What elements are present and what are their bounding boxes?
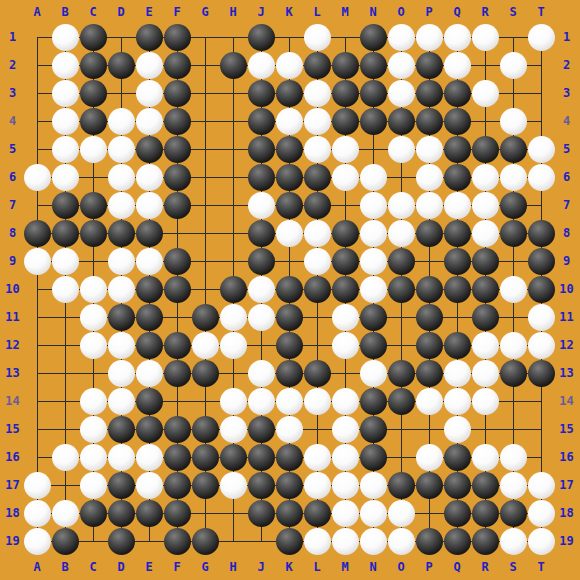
intersection-q9[interactable] xyxy=(443,247,471,275)
intersection-j10[interactable] xyxy=(247,275,275,303)
intersection-q12[interactable] xyxy=(443,331,471,359)
intersection-q13[interactable] xyxy=(443,359,471,387)
intersection-b13[interactable] xyxy=(51,359,79,387)
intersection-c5[interactable] xyxy=(79,135,107,163)
intersection-s3[interactable] xyxy=(499,79,527,107)
intersection-b3[interactable] xyxy=(51,79,79,107)
intersection-l6[interactable] xyxy=(303,163,331,191)
intersection-t7[interactable] xyxy=(527,191,555,219)
intersection-q19[interactable] xyxy=(443,527,471,555)
intersection-e15[interactable] xyxy=(135,415,163,443)
intersection-h11[interactable] xyxy=(219,303,247,331)
intersection-b19[interactable] xyxy=(51,527,79,555)
intersection-n17[interactable] xyxy=(359,471,387,499)
intersection-f18[interactable] xyxy=(163,499,191,527)
intersection-h15[interactable] xyxy=(219,415,247,443)
intersection-b17[interactable] xyxy=(51,471,79,499)
intersection-q5[interactable] xyxy=(443,135,471,163)
intersection-o17[interactable] xyxy=(387,471,415,499)
intersection-r18[interactable] xyxy=(471,499,499,527)
intersection-a17[interactable] xyxy=(23,471,51,499)
intersection-r9[interactable] xyxy=(471,247,499,275)
intersection-l7[interactable] xyxy=(303,191,331,219)
intersection-d3[interactable] xyxy=(107,79,135,107)
intersection-f19[interactable] xyxy=(163,527,191,555)
intersection-a14[interactable] xyxy=(23,387,51,415)
intersection-k13[interactable] xyxy=(275,359,303,387)
intersection-o19[interactable] xyxy=(387,527,415,555)
intersection-b18[interactable] xyxy=(51,499,79,527)
intersection-m16[interactable] xyxy=(331,443,359,471)
intersection-g14[interactable] xyxy=(191,387,219,415)
intersection-m3[interactable] xyxy=(331,79,359,107)
intersection-e18[interactable] xyxy=(135,499,163,527)
intersection-k1[interactable] xyxy=(275,23,303,51)
intersection-r3[interactable] xyxy=(471,79,499,107)
intersection-p10[interactable] xyxy=(415,275,443,303)
intersection-q18[interactable] xyxy=(443,499,471,527)
intersection-b4[interactable] xyxy=(51,107,79,135)
intersection-q7[interactable] xyxy=(443,191,471,219)
intersection-b12[interactable] xyxy=(51,331,79,359)
intersection-d18[interactable] xyxy=(107,499,135,527)
intersection-g3[interactable] xyxy=(191,79,219,107)
intersection-s9[interactable] xyxy=(499,247,527,275)
intersection-q3[interactable] xyxy=(443,79,471,107)
intersection-j15[interactable] xyxy=(247,415,275,443)
intersection-g17[interactable] xyxy=(191,471,219,499)
intersection-n19[interactable] xyxy=(359,527,387,555)
intersection-k5[interactable] xyxy=(275,135,303,163)
intersection-n4[interactable] xyxy=(359,107,387,135)
intersection-e4[interactable] xyxy=(135,107,163,135)
intersection-m4[interactable] xyxy=(331,107,359,135)
intersection-r11[interactable] xyxy=(471,303,499,331)
intersection-a2[interactable] xyxy=(23,51,51,79)
intersection-o12[interactable] xyxy=(387,331,415,359)
intersection-g12[interactable] xyxy=(191,331,219,359)
intersection-l17[interactable] xyxy=(303,471,331,499)
intersection-s5[interactable] xyxy=(499,135,527,163)
intersection-r12[interactable] xyxy=(471,331,499,359)
intersection-b15[interactable] xyxy=(51,415,79,443)
intersection-j12[interactable] xyxy=(247,331,275,359)
intersection-l2[interactable] xyxy=(303,51,331,79)
intersection-j7[interactable] xyxy=(247,191,275,219)
intersection-r2[interactable] xyxy=(471,51,499,79)
intersection-q8[interactable] xyxy=(443,219,471,247)
intersection-t16[interactable] xyxy=(527,443,555,471)
intersection-m10[interactable] xyxy=(331,275,359,303)
intersection-d10[interactable] xyxy=(107,275,135,303)
intersection-p19[interactable] xyxy=(415,527,443,555)
intersection-c16[interactable] xyxy=(79,443,107,471)
intersection-d16[interactable] xyxy=(107,443,135,471)
intersection-n15[interactable] xyxy=(359,415,387,443)
intersection-o14[interactable] xyxy=(387,387,415,415)
intersection-t11[interactable] xyxy=(527,303,555,331)
intersection-m1[interactable] xyxy=(331,23,359,51)
intersection-a13[interactable] xyxy=(23,359,51,387)
intersection-t17[interactable] xyxy=(527,471,555,499)
intersection-n2[interactable] xyxy=(359,51,387,79)
intersection-p17[interactable] xyxy=(415,471,443,499)
intersection-r4[interactable] xyxy=(471,107,499,135)
intersection-d9[interactable] xyxy=(107,247,135,275)
intersection-b11[interactable] xyxy=(51,303,79,331)
intersection-m9[interactable] xyxy=(331,247,359,275)
intersection-g2[interactable] xyxy=(191,51,219,79)
intersection-g10[interactable] xyxy=(191,275,219,303)
intersection-c13[interactable] xyxy=(79,359,107,387)
intersection-e11[interactable] xyxy=(135,303,163,331)
intersection-a3[interactable] xyxy=(23,79,51,107)
intersection-l1[interactable] xyxy=(303,23,331,51)
intersection-g11[interactable] xyxy=(191,303,219,331)
intersection-a5[interactable] xyxy=(23,135,51,163)
intersection-d6[interactable] xyxy=(107,163,135,191)
intersection-h3[interactable] xyxy=(219,79,247,107)
intersection-n6[interactable] xyxy=(359,163,387,191)
intersection-p14[interactable] xyxy=(415,387,443,415)
intersection-j4[interactable] xyxy=(247,107,275,135)
intersection-p13[interactable] xyxy=(415,359,443,387)
intersection-c3[interactable] xyxy=(79,79,107,107)
intersection-s14[interactable] xyxy=(499,387,527,415)
intersection-j17[interactable] xyxy=(247,471,275,499)
intersection-l5[interactable] xyxy=(303,135,331,163)
intersection-a11[interactable] xyxy=(23,303,51,331)
intersection-l16[interactable] xyxy=(303,443,331,471)
intersection-l14[interactable] xyxy=(303,387,331,415)
intersection-r8[interactable] xyxy=(471,219,499,247)
intersection-l3[interactable] xyxy=(303,79,331,107)
intersection-g15[interactable] xyxy=(191,415,219,443)
intersection-b10[interactable] xyxy=(51,275,79,303)
intersection-e2[interactable] xyxy=(135,51,163,79)
intersection-o3[interactable] xyxy=(387,79,415,107)
intersection-s17[interactable] xyxy=(499,471,527,499)
intersection-m11[interactable] xyxy=(331,303,359,331)
intersection-j18[interactable] xyxy=(247,499,275,527)
intersection-o13[interactable] xyxy=(387,359,415,387)
intersection-g19[interactable] xyxy=(191,527,219,555)
intersection-m7[interactable] xyxy=(331,191,359,219)
intersection-o6[interactable] xyxy=(387,163,415,191)
intersection-o7[interactable] xyxy=(387,191,415,219)
intersection-c17[interactable] xyxy=(79,471,107,499)
intersection-j16[interactable] xyxy=(247,443,275,471)
intersection-t5[interactable] xyxy=(527,135,555,163)
intersection-m18[interactable] xyxy=(331,499,359,527)
intersection-k15[interactable] xyxy=(275,415,303,443)
intersection-q10[interactable] xyxy=(443,275,471,303)
intersection-a19[interactable] xyxy=(23,527,51,555)
intersection-e9[interactable] xyxy=(135,247,163,275)
intersection-n16[interactable] xyxy=(359,443,387,471)
intersection-e12[interactable] xyxy=(135,331,163,359)
intersection-f17[interactable] xyxy=(163,471,191,499)
intersection-l19[interactable] xyxy=(303,527,331,555)
intersection-n14[interactable] xyxy=(359,387,387,415)
intersection-g8[interactable] xyxy=(191,219,219,247)
intersection-t10[interactable] xyxy=(527,275,555,303)
intersection-c18[interactable] xyxy=(79,499,107,527)
intersection-f9[interactable] xyxy=(163,247,191,275)
intersection-m6[interactable] xyxy=(331,163,359,191)
intersection-d17[interactable] xyxy=(107,471,135,499)
intersection-n3[interactable] xyxy=(359,79,387,107)
intersection-f10[interactable] xyxy=(163,275,191,303)
intersection-c2[interactable] xyxy=(79,51,107,79)
intersection-m19[interactable] xyxy=(331,527,359,555)
intersection-b16[interactable] xyxy=(51,443,79,471)
intersection-f12[interactable] xyxy=(163,331,191,359)
intersection-r10[interactable] xyxy=(471,275,499,303)
intersection-k18[interactable] xyxy=(275,499,303,527)
intersection-n11[interactable] xyxy=(359,303,387,331)
intersection-r16[interactable] xyxy=(471,443,499,471)
intersection-t6[interactable] xyxy=(527,163,555,191)
intersection-b7[interactable] xyxy=(51,191,79,219)
intersection-b14[interactable] xyxy=(51,387,79,415)
intersection-g5[interactable] xyxy=(191,135,219,163)
intersection-m12[interactable] xyxy=(331,331,359,359)
intersection-n10[interactable] xyxy=(359,275,387,303)
intersection-f5[interactable] xyxy=(163,135,191,163)
intersection-f4[interactable] xyxy=(163,107,191,135)
intersection-b1[interactable] xyxy=(51,23,79,51)
intersection-s16[interactable] xyxy=(499,443,527,471)
intersection-m15[interactable] xyxy=(331,415,359,443)
intersection-c9[interactable] xyxy=(79,247,107,275)
intersection-f14[interactable] xyxy=(163,387,191,415)
intersection-d2[interactable] xyxy=(107,51,135,79)
intersection-g13[interactable] xyxy=(191,359,219,387)
intersection-o10[interactable] xyxy=(387,275,415,303)
intersection-t3[interactable] xyxy=(527,79,555,107)
intersection-r7[interactable] xyxy=(471,191,499,219)
intersection-a7[interactable] xyxy=(23,191,51,219)
intersection-o16[interactable] xyxy=(387,443,415,471)
intersection-g6[interactable] xyxy=(191,163,219,191)
intersection-e14[interactable] xyxy=(135,387,163,415)
intersection-q2[interactable] xyxy=(443,51,471,79)
intersection-e17[interactable] xyxy=(135,471,163,499)
intersection-p12[interactable] xyxy=(415,331,443,359)
intersection-e19[interactable] xyxy=(135,527,163,555)
intersection-h18[interactable] xyxy=(219,499,247,527)
intersection-a15[interactable] xyxy=(23,415,51,443)
intersection-f11[interactable] xyxy=(163,303,191,331)
intersection-m13[interactable] xyxy=(331,359,359,387)
intersection-h1[interactable] xyxy=(219,23,247,51)
intersection-s10[interactable] xyxy=(499,275,527,303)
intersection-l15[interactable] xyxy=(303,415,331,443)
intersection-j14[interactable] xyxy=(247,387,275,415)
intersection-h16[interactable] xyxy=(219,443,247,471)
intersection-m14[interactable] xyxy=(331,387,359,415)
intersection-e16[interactable] xyxy=(135,443,163,471)
intersection-k10[interactable] xyxy=(275,275,303,303)
intersection-c7[interactable] xyxy=(79,191,107,219)
intersection-a16[interactable] xyxy=(23,443,51,471)
intersection-c10[interactable] xyxy=(79,275,107,303)
intersection-j2[interactable] xyxy=(247,51,275,79)
intersection-h5[interactable] xyxy=(219,135,247,163)
intersection-d4[interactable] xyxy=(107,107,135,135)
intersection-j5[interactable] xyxy=(247,135,275,163)
intersection-k17[interactable] xyxy=(275,471,303,499)
intersection-t13[interactable] xyxy=(527,359,555,387)
intersection-l8[interactable] xyxy=(303,219,331,247)
intersection-o4[interactable] xyxy=(387,107,415,135)
intersection-p3[interactable] xyxy=(415,79,443,107)
intersection-d19[interactable] xyxy=(107,527,135,555)
intersection-p1[interactable] xyxy=(415,23,443,51)
intersection-j8[interactable] xyxy=(247,219,275,247)
intersection-d8[interactable] xyxy=(107,219,135,247)
intersection-c8[interactable] xyxy=(79,219,107,247)
intersection-h4[interactable] xyxy=(219,107,247,135)
intersection-k3[interactable] xyxy=(275,79,303,107)
intersection-k8[interactable] xyxy=(275,219,303,247)
intersection-n1[interactable] xyxy=(359,23,387,51)
intersection-s6[interactable] xyxy=(499,163,527,191)
intersection-p6[interactable] xyxy=(415,163,443,191)
intersection-a10[interactable] xyxy=(23,275,51,303)
intersection-q16[interactable] xyxy=(443,443,471,471)
intersection-r6[interactable] xyxy=(471,163,499,191)
intersection-j11[interactable] xyxy=(247,303,275,331)
intersection-s19[interactable] xyxy=(499,527,527,555)
intersection-s12[interactable] xyxy=(499,331,527,359)
intersection-p16[interactable] xyxy=(415,443,443,471)
intersection-h17[interactable] xyxy=(219,471,247,499)
intersection-l12[interactable] xyxy=(303,331,331,359)
intersection-n7[interactable] xyxy=(359,191,387,219)
intersection-d1[interactable] xyxy=(107,23,135,51)
intersection-q14[interactable] xyxy=(443,387,471,415)
intersection-s15[interactable] xyxy=(499,415,527,443)
intersection-r13[interactable] xyxy=(471,359,499,387)
intersection-e10[interactable] xyxy=(135,275,163,303)
intersection-o11[interactable] xyxy=(387,303,415,331)
intersection-h9[interactable] xyxy=(219,247,247,275)
intersection-l11[interactable] xyxy=(303,303,331,331)
intersection-o18[interactable] xyxy=(387,499,415,527)
intersection-j13[interactable] xyxy=(247,359,275,387)
intersection-m17[interactable] xyxy=(331,471,359,499)
intersection-r1[interactable] xyxy=(471,23,499,51)
intersection-n13[interactable] xyxy=(359,359,387,387)
intersection-k12[interactable] xyxy=(275,331,303,359)
intersection-r15[interactable] xyxy=(471,415,499,443)
intersection-d13[interactable] xyxy=(107,359,135,387)
intersection-p9[interactable] xyxy=(415,247,443,275)
intersection-h8[interactable] xyxy=(219,219,247,247)
intersection-g4[interactable] xyxy=(191,107,219,135)
intersection-n18[interactable] xyxy=(359,499,387,527)
intersection-o15[interactable] xyxy=(387,415,415,443)
intersection-k19[interactable] xyxy=(275,527,303,555)
intersection-h19[interactable] xyxy=(219,527,247,555)
intersection-h6[interactable] xyxy=(219,163,247,191)
intersection-t14[interactable] xyxy=(527,387,555,415)
intersection-h14[interactable] xyxy=(219,387,247,415)
intersection-e6[interactable] xyxy=(135,163,163,191)
intersection-o5[interactable] xyxy=(387,135,415,163)
intersection-q15[interactable] xyxy=(443,415,471,443)
intersection-d7[interactable] xyxy=(107,191,135,219)
intersection-d11[interactable] xyxy=(107,303,135,331)
intersection-s4[interactable] xyxy=(499,107,527,135)
intersection-r5[interactable] xyxy=(471,135,499,163)
intersection-e8[interactable] xyxy=(135,219,163,247)
intersection-f8[interactable] xyxy=(163,219,191,247)
intersection-l13[interactable] xyxy=(303,359,331,387)
intersection-r17[interactable] xyxy=(471,471,499,499)
intersection-j9[interactable] xyxy=(247,247,275,275)
intersection-c12[interactable] xyxy=(79,331,107,359)
intersection-h2[interactable] xyxy=(219,51,247,79)
intersection-s11[interactable] xyxy=(499,303,527,331)
intersection-f3[interactable] xyxy=(163,79,191,107)
intersection-b2[interactable] xyxy=(51,51,79,79)
intersection-t1[interactable] xyxy=(527,23,555,51)
intersection-e7[interactable] xyxy=(135,191,163,219)
intersection-a18[interactable] xyxy=(23,499,51,527)
intersection-o2[interactable] xyxy=(387,51,415,79)
intersection-k4[interactable] xyxy=(275,107,303,135)
intersection-r14[interactable] xyxy=(471,387,499,415)
intersection-m8[interactable] xyxy=(331,219,359,247)
intersection-h12[interactable] xyxy=(219,331,247,359)
intersection-e13[interactable] xyxy=(135,359,163,387)
intersection-m5[interactable] xyxy=(331,135,359,163)
intersection-f2[interactable] xyxy=(163,51,191,79)
intersection-h7[interactable] xyxy=(219,191,247,219)
intersection-k2[interactable] xyxy=(275,51,303,79)
intersection-t19[interactable] xyxy=(527,527,555,555)
intersection-q17[interactable] xyxy=(443,471,471,499)
intersection-s13[interactable] xyxy=(499,359,527,387)
intersection-a6[interactable] xyxy=(23,163,51,191)
intersection-n12[interactable] xyxy=(359,331,387,359)
intersection-l18[interactable] xyxy=(303,499,331,527)
intersection-p11[interactable] xyxy=(415,303,443,331)
intersection-p18[interactable] xyxy=(415,499,443,527)
intersection-q1[interactable] xyxy=(443,23,471,51)
intersection-n9[interactable] xyxy=(359,247,387,275)
intersection-k7[interactable] xyxy=(275,191,303,219)
intersection-t18[interactable] xyxy=(527,499,555,527)
intersection-g1[interactable] xyxy=(191,23,219,51)
intersection-j6[interactable] xyxy=(247,163,275,191)
intersection-a1[interactable] xyxy=(23,23,51,51)
intersection-c14[interactable] xyxy=(79,387,107,415)
intersection-d14[interactable] xyxy=(107,387,135,415)
intersection-a9[interactable] xyxy=(23,247,51,275)
intersection-k16[interactable] xyxy=(275,443,303,471)
intersection-s18[interactable] xyxy=(499,499,527,527)
intersection-e1[interactable] xyxy=(135,23,163,51)
intersection-g7[interactable] xyxy=(191,191,219,219)
intersection-f16[interactable] xyxy=(163,443,191,471)
intersection-t2[interactable] xyxy=(527,51,555,79)
intersection-c1[interactable] xyxy=(79,23,107,51)
intersection-c15[interactable] xyxy=(79,415,107,443)
